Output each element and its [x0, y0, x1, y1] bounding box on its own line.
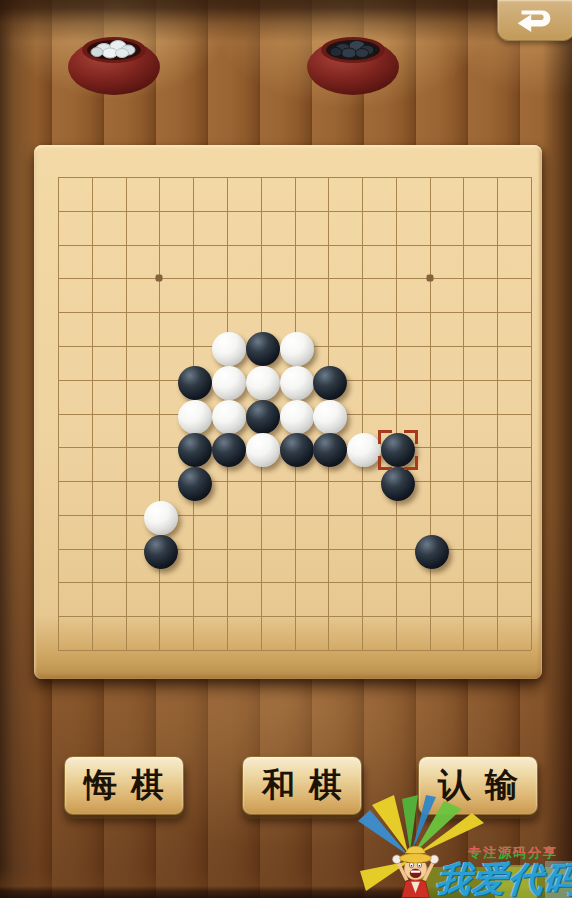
- grid-line: [58, 616, 531, 617]
- grid-line: [58, 481, 531, 482]
- undo-move-button[interactable]: 悔棋: [64, 756, 184, 815]
- black-stone: [381, 467, 415, 501]
- grid-line: [58, 650, 531, 651]
- white-stone-bowl: [66, 27, 162, 97]
- grid-line: [58, 177, 531, 178]
- watermark-highlight-band: [545, 861, 572, 898]
- grid-line: [58, 414, 531, 415]
- grid-line: [497, 177, 498, 650]
- last-move-marker-corner: [378, 456, 392, 470]
- grid-line: [227, 177, 228, 650]
- grid-line: [126, 177, 127, 650]
- grid-line: [463, 177, 464, 650]
- last-move-marker: [378, 430, 418, 470]
- grid-line: [362, 177, 363, 650]
- grid-line: [430, 177, 431, 650]
- black-stone-bowl: [305, 27, 401, 97]
- grid-line: [58, 211, 531, 212]
- grid-line: [261, 177, 262, 650]
- last-move-marker-corner: [378, 430, 392, 444]
- black-stone: [246, 332, 280, 366]
- grid-line: [58, 549, 531, 550]
- grid-line: [58, 278, 531, 279]
- grid-line: [328, 177, 329, 650]
- grid-line: [58, 582, 531, 583]
- grid-line: [58, 346, 531, 347]
- watermark-tagline-top-layer: 专注源码分享: [468, 845, 558, 860]
- black-stone: [415, 535, 449, 569]
- back-button[interactable]: [497, 0, 572, 41]
- black-stone: [178, 433, 212, 467]
- white-stone: [280, 366, 314, 400]
- watermark-highlight-band: [495, 865, 537, 898]
- white-stone: [246, 366, 280, 400]
- black-stone: [212, 433, 246, 467]
- black-stone: [144, 535, 178, 569]
- mascot-icon: [378, 835, 453, 898]
- white-stone: [280, 332, 314, 366]
- watermark-tagline: 专注源码分享 专注源码分享: [468, 844, 558, 862]
- white-stone: [144, 501, 178, 535]
- board-panel: [34, 145, 542, 679]
- grid-line: [531, 177, 532, 650]
- return-arrow-icon: [510, 4, 562, 36]
- wooden-table-background: 悔棋 和棋 认输 专注源码分享 专注源码分享 我爱代码: [0, 0, 572, 898]
- black-stone: [313, 366, 347, 400]
- white-stone: [280, 400, 314, 434]
- grid-line: [92, 177, 93, 650]
- watermark-highlight-band: [420, 867, 572, 898]
- grid-line: [58, 312, 531, 313]
- offer-draw-button[interactable]: 和棋: [242, 756, 362, 815]
- grid-line: [193, 177, 194, 650]
- grid-line: [58, 447, 531, 448]
- last-move-marker-corner: [404, 430, 418, 444]
- white-stone: [212, 366, 246, 400]
- grid-line: [159, 177, 160, 650]
- black-stone: [246, 400, 280, 434]
- star-point: [426, 275, 433, 282]
- board-grid[interactable]: [58, 177, 531, 650]
- white-stone: [246, 433, 280, 467]
- black-stone: [280, 433, 314, 467]
- star-point: [291, 410, 298, 417]
- grid-line: [58, 380, 531, 381]
- watermark-title: 我爱代码: [434, 856, 572, 898]
- black-stone: [178, 467, 212, 501]
- grid-line: [295, 177, 296, 650]
- white-stone: [212, 332, 246, 366]
- white-stone: [212, 400, 246, 434]
- watermark-tagline-bottom-layer: 专注源码分享: [468, 844, 558, 862]
- resign-button[interactable]: 认输: [418, 756, 538, 815]
- grid-line: [58, 245, 531, 246]
- grid-line: [58, 177, 59, 650]
- star-point: [156, 545, 163, 552]
- black-stone: [381, 433, 415, 467]
- last-move-marker-corner: [404, 456, 418, 470]
- grid-line: [58, 515, 531, 516]
- white-stone: [178, 400, 212, 434]
- black-stone: [313, 433, 347, 467]
- white-stone: [347, 433, 381, 467]
- star-point: [426, 545, 433, 552]
- black-stone: [178, 366, 212, 400]
- white-stone: [313, 400, 347, 434]
- star-point: [156, 275, 163, 282]
- grid-line: [396, 177, 397, 650]
